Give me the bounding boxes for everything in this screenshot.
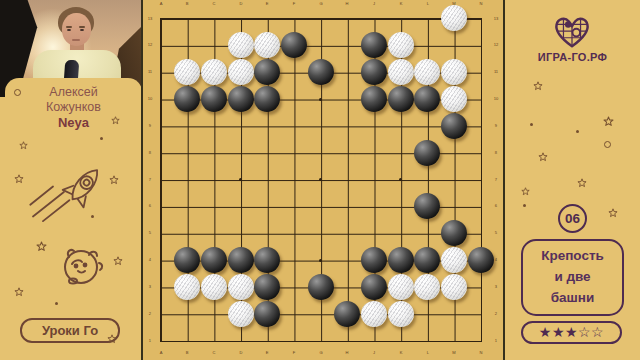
white-stone [388,301,414,327]
presenter-nickname: Neya [5,115,142,130]
star-decoration-icon [14,283,24,301]
go-stones-layer [147,5,494,354]
dot-decoration-icon [523,204,526,207]
black-stone [201,247,227,273]
board-coordinate-label: 1 [495,339,497,343]
presenter-last-name: Кожунков [5,100,142,115]
presenter-brow [79,26,85,28]
board-coordinate-label: 5 [495,231,497,235]
heart-goban-icon [550,14,594,52]
video-frame: Алексей Кожунков Neya [0,0,640,360]
ring-decoration-icon [14,89,21,96]
white-stone [201,59,227,85]
white-stone [228,301,254,327]
ring-decoration-icon [604,141,611,148]
board-coordinate-label: 11 [494,70,498,74]
white-stone [174,274,200,300]
black-stone [361,247,387,273]
presenter-first-name: Алексей [5,85,142,100]
black-stone [308,59,334,85]
star-decoration-icon [521,182,530,200]
brand-panel: ИГРА-ГО.РФ 06 Крепость и две башни ★★★☆☆ [505,0,640,360]
star-decoration-icon [608,204,618,222]
black-stone [441,113,467,139]
star-decoration-icon [14,170,24,188]
dot-decoration-icon [530,123,533,126]
white-stone [388,59,414,85]
episode-title-line: Крепость [523,245,622,266]
black-stone [414,193,440,219]
black-stone [254,301,280,327]
star-decoration-icon [113,252,123,270]
star-decoration-icon [109,171,119,189]
star-decoration-icon [533,77,543,95]
episode-title: Крепость и две башни [521,239,624,316]
black-stone [414,247,440,273]
black-stone [254,274,280,300]
black-stone [254,86,280,112]
white-stone [228,274,254,300]
black-stone [441,220,467,246]
black-stone [254,247,280,273]
episode-title-line: башни [523,287,622,308]
black-stone [388,247,414,273]
black-stone [361,274,387,300]
black-stone [308,274,334,300]
difficulty-rating: ★★★☆☆ [521,321,622,344]
board-coordinate-label: 12 [494,43,499,47]
board-coordinate-label: 4 [495,258,497,262]
rocket-illustration [27,162,119,222]
white-stone [441,274,467,300]
white-stone [441,5,467,31]
white-stone [228,32,254,58]
white-stone [174,59,200,85]
white-stone [201,274,227,300]
white-stone [441,86,467,112]
board-coordinate-label: 7 [495,178,497,182]
black-stone [361,86,387,112]
white-stone [441,59,467,85]
black-stone [281,32,307,58]
presenter-name: Алексей Кожунков Neya [5,85,142,130]
go-board-panel: AABBCCDDEEFFGGHHJJKKLLMMNN13131212111110… [141,0,505,360]
presenter-brow [66,26,72,28]
white-stone [414,59,440,85]
black-stone [174,247,200,273]
episode-number-badge: 06 [558,204,587,233]
black-stone [388,86,414,112]
black-stone [174,86,200,112]
white-stone [441,247,467,273]
presenter-card: Алексей Кожунков Neya [5,78,142,360]
white-stone [361,301,387,327]
black-stone [361,32,387,58]
dot-decoration-icon [91,215,94,218]
black-stone [254,59,280,85]
black-stone [361,59,387,85]
episode-title-line: и две [523,266,622,287]
brand-name: ИГРА-ГО.РФ [505,51,640,63]
board-coordinate-label: 6 [495,204,497,208]
board-coordinate-label: 8 [495,151,497,155]
white-stone [228,59,254,85]
board-coordinate-label: 9 [495,124,497,128]
black-stone [414,140,440,166]
board-coordinate-label: 10 [494,97,499,101]
white-stone [414,274,440,300]
black-stone [228,247,254,273]
lessons-button[interactable]: Уроки Го [20,318,120,343]
black-stone [201,86,227,112]
white-stone [388,274,414,300]
black-stone [334,301,360,327]
star-decoration-icon [603,113,614,131]
black-stone [228,86,254,112]
go-bot-illustration [55,240,107,290]
board-coordinate-label: 13 [494,16,499,20]
white-stone [254,32,280,58]
star-decoration-icon [36,238,47,256]
star-decoration-icon [538,148,548,166]
dot-decoration-icon [100,137,103,140]
board-coordinate-label: 2 [495,312,497,316]
star-decoration-icon [19,136,28,154]
star-decoration-icon [577,174,587,192]
dot-decoration-icon [576,130,579,133]
dot-decoration-icon [55,302,58,305]
black-stone [468,247,494,273]
board-coordinate-label: 3 [495,285,497,289]
star-decoration-icon [107,330,117,348]
star-decoration-icon [111,111,120,129]
black-stone [414,86,440,112]
white-stone [388,32,414,58]
